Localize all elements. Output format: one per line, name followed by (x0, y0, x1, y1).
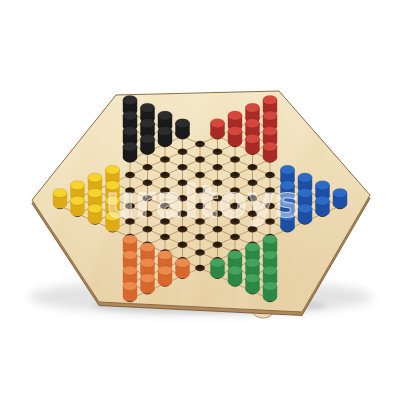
peg-black[interactable] (158, 126, 172, 146)
peg-yellow[interactable] (70, 196, 84, 216)
peg-orange[interactable] (140, 274, 154, 294)
chinese-checkers-board: uraltoys (0, 0, 400, 400)
peg-red[interactable] (210, 119, 224, 139)
peg-black[interactable] (175, 119, 189, 139)
peg-green[interactable] (210, 258, 224, 278)
peg-orange[interactable] (123, 281, 137, 301)
peg-red[interactable] (245, 134, 259, 154)
hole[interactable] (248, 164, 258, 171)
hole[interactable] (178, 164, 188, 171)
hole[interactable] (195, 141, 205, 148)
peg-red[interactable] (263, 142, 277, 162)
hole[interactable] (178, 148, 188, 155)
product-photo: uraltoys (0, 0, 400, 400)
hole[interactable] (178, 241, 188, 248)
hole[interactable] (160, 234, 170, 241)
hole[interactable] (195, 234, 205, 241)
hole[interactable] (213, 241, 223, 248)
peg-red[interactable] (228, 126, 242, 146)
hole[interactable] (230, 156, 240, 163)
peg-black[interactable] (140, 134, 154, 154)
hole[interactable] (213, 164, 223, 171)
peg-orange[interactable] (175, 258, 189, 278)
peg-yellow[interactable] (88, 204, 102, 224)
peg-blue[interactable] (333, 188, 347, 208)
peg-black[interactable] (123, 142, 137, 162)
watermark-text: uraltoys (106, 176, 300, 227)
hole[interactable] (195, 249, 205, 256)
hole[interactable] (160, 156, 170, 163)
hole[interactable] (195, 265, 205, 272)
hole[interactable] (230, 234, 240, 241)
peg-green[interactable] (245, 274, 259, 294)
hole[interactable] (195, 156, 205, 163)
hole[interactable] (143, 164, 153, 171)
peg-yellow[interactable] (53, 188, 67, 208)
peg-green[interactable] (228, 266, 242, 286)
peg-orange[interactable] (158, 266, 172, 286)
peg-blue[interactable] (315, 196, 329, 216)
peg-green[interactable] (263, 281, 277, 301)
hole[interactable] (213, 148, 223, 155)
